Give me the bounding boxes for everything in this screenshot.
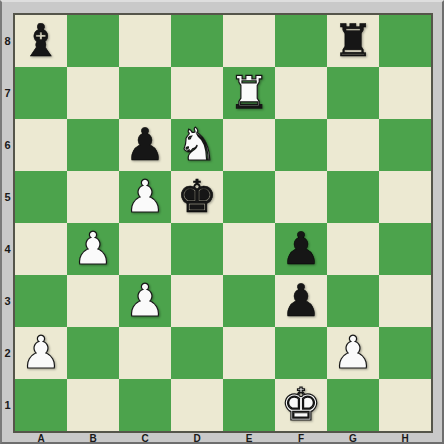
piece-white-pawn-g2[interactable]: ♟ — [327, 327, 379, 379]
square-h8[interactable] — [379, 15, 431, 67]
square-h2[interactable] — [379, 327, 431, 379]
rank-label-5: 5 — [2, 171, 13, 223]
piece-white-king-f1[interactable]: ♚ — [275, 379, 327, 431]
square-h7[interactable] — [379, 67, 431, 119]
square-b8[interactable] — [67, 15, 119, 67]
file-label-d: D — [171, 433, 223, 444]
square-g8[interactable]: ♜ — [327, 15, 379, 67]
square-f6[interactable] — [275, 119, 327, 171]
piece-white-rook-e7[interactable]: ♜ — [223, 67, 275, 119]
square-g7[interactable] — [327, 67, 379, 119]
square-c1[interactable] — [119, 379, 171, 431]
square-e1[interactable] — [223, 379, 275, 431]
piece-black-pawn-c6[interactable]: ♟ — [119, 119, 171, 171]
square-g6[interactable] — [327, 119, 379, 171]
file-label-h: H — [379, 433, 431, 444]
square-f1[interactable]: ♚ — [275, 379, 327, 431]
square-d7[interactable] — [171, 67, 223, 119]
square-a5[interactable] — [15, 171, 67, 223]
piece-black-bishop-a8[interactable]: ♝ — [15, 15, 67, 67]
square-h6[interactable] — [379, 119, 431, 171]
square-e7[interactable]: ♜ — [223, 67, 275, 119]
rank-label-2: 2 — [2, 327, 13, 379]
square-e6[interactable] — [223, 119, 275, 171]
square-a1[interactable] — [15, 379, 67, 431]
square-e4[interactable] — [223, 223, 275, 275]
square-e2[interactable] — [223, 327, 275, 379]
file-label-b: B — [67, 433, 119, 444]
square-f7[interactable] — [275, 67, 327, 119]
square-d2[interactable] — [171, 327, 223, 379]
file-label-g: G — [327, 433, 379, 444]
square-a4[interactable] — [15, 223, 67, 275]
square-d4[interactable] — [171, 223, 223, 275]
square-d5[interactable]: ♚ — [171, 171, 223, 223]
square-h4[interactable] — [379, 223, 431, 275]
square-h1[interactable] — [379, 379, 431, 431]
square-c2[interactable] — [119, 327, 171, 379]
square-e3[interactable] — [223, 275, 275, 327]
piece-white-pawn-c5[interactable]: ♟ — [119, 171, 171, 223]
piece-black-king-d5[interactable]: ♚ — [171, 171, 223, 223]
rank-label-8: 8 — [2, 15, 13, 67]
square-c5[interactable]: ♟ — [119, 171, 171, 223]
square-c8[interactable] — [119, 15, 171, 67]
piece-white-pawn-a2[interactable]: ♟ — [15, 327, 67, 379]
rank-label-4: 4 — [2, 223, 13, 275]
file-label-e: E — [223, 433, 275, 444]
piece-black-pawn-f4[interactable]: ♟ — [275, 223, 327, 275]
square-e8[interactable] — [223, 15, 275, 67]
piece-white-knight-d6[interactable]: ♞ — [171, 119, 223, 171]
square-a6[interactable] — [15, 119, 67, 171]
rank-label-1: 1 — [2, 379, 13, 431]
rank-label-6: 6 — [2, 119, 13, 171]
square-b5[interactable] — [67, 171, 119, 223]
square-g5[interactable] — [327, 171, 379, 223]
square-e5[interactable] — [223, 171, 275, 223]
square-f4[interactable]: ♟ — [275, 223, 327, 275]
square-d8[interactable] — [171, 15, 223, 67]
square-d6[interactable]: ♞ — [171, 119, 223, 171]
rank-label-7: 7 — [2, 67, 13, 119]
square-g1[interactable] — [327, 379, 379, 431]
rank-label-3: 3 — [2, 275, 13, 327]
file-label-a: A — [15, 433, 67, 444]
square-f2[interactable] — [275, 327, 327, 379]
file-label-f: F — [275, 433, 327, 444]
piece-black-rook-g8[interactable]: ♜ — [327, 15, 379, 67]
chess-board: ♝♜♜♟♞♟♚♟♟♟♟♟♟♚ — [13, 13, 433, 433]
square-b3[interactable] — [67, 275, 119, 327]
file-label-c: C — [119, 433, 171, 444]
square-h5[interactable] — [379, 171, 431, 223]
chess-board-frame: ♝♜♜♟♞♟♚♟♟♟♟♟♟♚ 87654321 ABCDEFGH — [0, 0, 444, 444]
square-b1[interactable] — [67, 379, 119, 431]
square-g3[interactable] — [327, 275, 379, 327]
square-d3[interactable] — [171, 275, 223, 327]
square-b7[interactable] — [67, 67, 119, 119]
square-c4[interactable] — [119, 223, 171, 275]
square-g4[interactable] — [327, 223, 379, 275]
square-b2[interactable] — [67, 327, 119, 379]
piece-white-pawn-c3[interactable]: ♟ — [119, 275, 171, 327]
square-c7[interactable] — [119, 67, 171, 119]
square-a3[interactable] — [15, 275, 67, 327]
square-g2[interactable]: ♟ — [327, 327, 379, 379]
square-c3[interactable]: ♟ — [119, 275, 171, 327]
square-f8[interactable] — [275, 15, 327, 67]
square-a7[interactable] — [15, 67, 67, 119]
piece-black-pawn-f3[interactable]: ♟ — [275, 275, 327, 327]
square-b6[interactable] — [67, 119, 119, 171]
square-a8[interactable]: ♝ — [15, 15, 67, 67]
piece-white-pawn-b4[interactable]: ♟ — [67, 223, 119, 275]
square-b4[interactable]: ♟ — [67, 223, 119, 275]
square-c6[interactable]: ♟ — [119, 119, 171, 171]
square-d1[interactable] — [171, 379, 223, 431]
square-f3[interactable]: ♟ — [275, 275, 327, 327]
square-f5[interactable] — [275, 171, 327, 223]
square-a2[interactable]: ♟ — [15, 327, 67, 379]
square-h3[interactable] — [379, 275, 431, 327]
